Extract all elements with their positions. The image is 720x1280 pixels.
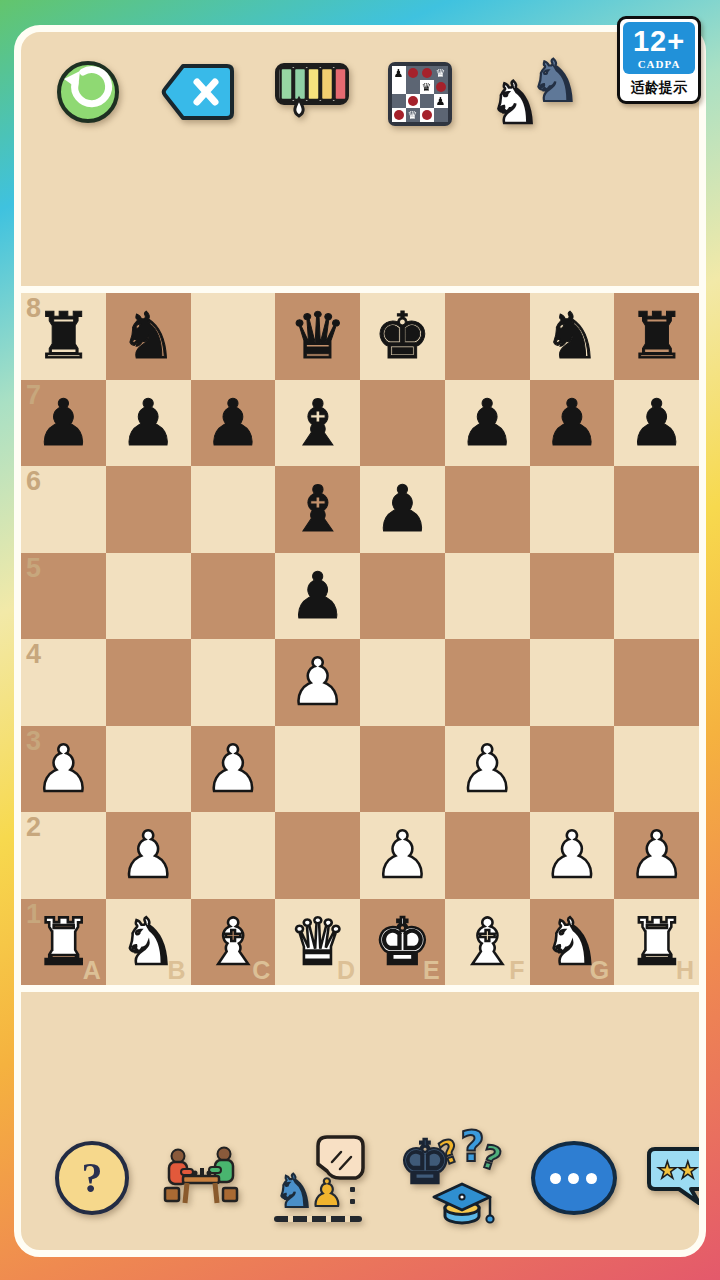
app-panel: ♟♛♛♟♛ ♞ ♞ 12+ CADPA 适龄提示 8♜♞♛♚♞♜7♟♟♟♝♟♟♟… bbox=[14, 25, 706, 1257]
undo-back-button[interactable] bbox=[159, 61, 237, 127]
mini-board-cell bbox=[392, 80, 406, 94]
rank-label: 4 bbox=[26, 639, 41, 670]
black-pawn-icon: ♟ bbox=[614, 380, 699, 467]
square-b6[interactable] bbox=[106, 466, 191, 553]
square-c7[interactable]: ♟ bbox=[191, 380, 276, 467]
players-table-icon bbox=[157, 1140, 245, 1212]
white-pawn-icon: ♟ bbox=[360, 812, 445, 899]
mini-board-cell bbox=[392, 108, 406, 122]
board-setup-button[interactable]: ♟♛♛♟♛ bbox=[388, 62, 452, 126]
black-pawn-icon: ♟ bbox=[436, 96, 446, 107]
mini-board-cell: ♛ bbox=[434, 66, 448, 80]
square-b4[interactable] bbox=[106, 639, 191, 726]
chess-board: 8♜♞♛♚♞♜7♟♟♟♝♟♟♟6♝♟5♟4♟3♟♟♟2♟♟♟♟1A♜B♞C♝D♛… bbox=[21, 293, 699, 985]
white-bishop-icon: ♝ bbox=[191, 899, 276, 986]
svg-text:★★: ★★ bbox=[657, 1157, 698, 1183]
black-queen-icon: ♛ bbox=[422, 82, 432, 93]
square-d7[interactable]: ♝ bbox=[275, 380, 360, 467]
mini-board-cell: ♟ bbox=[434, 94, 448, 108]
age-rating-blue-box: 12+ CADPA bbox=[623, 22, 695, 74]
red-dot-icon bbox=[408, 68, 418, 78]
review-stars-icon: ★★ bbox=[645, 1145, 699, 1207]
question-mark-icon: ? bbox=[82, 1157, 103, 1199]
top-section: ♟♛♛♟♛ ♞ ♞ 12+ CADPA 适龄提示 bbox=[21, 32, 699, 286]
learn-button[interactable]: ♚ ? ? ? bbox=[398, 1128, 502, 1228]
rank-label: 2 bbox=[26, 812, 41, 843]
mini-board-cell bbox=[420, 94, 434, 108]
mini-board-cell bbox=[434, 108, 448, 122]
square-b8[interactable]: ♞ bbox=[106, 293, 191, 380]
chat-button[interactable] bbox=[531, 1141, 617, 1215]
black-bishop-icon: ♝ bbox=[275, 466, 360, 553]
white-king-icon: ♚ bbox=[360, 899, 445, 986]
square-f5[interactable] bbox=[445, 553, 530, 640]
square-g1[interactable]: G♞ bbox=[530, 899, 615, 986]
square-d2[interactable] bbox=[275, 812, 360, 899]
black-rook-icon: ♜ bbox=[21, 293, 106, 380]
black-pawn-icon: ♟ bbox=[106, 380, 191, 467]
black-pawn-icon: ♟ bbox=[191, 380, 276, 467]
white-pawn-icon: ♟ bbox=[614, 812, 699, 899]
age-rating-badge: 12+ CADPA 适龄提示 bbox=[617, 16, 701, 104]
dot bbox=[550, 1173, 561, 1184]
black-bishop-icon: ♝ bbox=[275, 380, 360, 467]
white-pawn-icon: ♟ bbox=[445, 726, 530, 813]
theme-colors-button[interactable] bbox=[274, 59, 350, 129]
bottom-section: ? bbox=[21, 992, 699, 1250]
square-g6[interactable] bbox=[530, 466, 615, 553]
mini-board-cell bbox=[392, 94, 406, 108]
rank-label: 6 bbox=[26, 466, 41, 497]
hand-icon bbox=[308, 1132, 370, 1186]
black-pawn-icon: ♟ bbox=[275, 553, 360, 640]
age-rating-value: 12+ bbox=[623, 27, 695, 56]
square-f1[interactable]: F♝ bbox=[445, 899, 530, 986]
mini-board-cell: ♛ bbox=[406, 108, 420, 122]
square-d4[interactable]: ♟ bbox=[275, 639, 360, 726]
square-b3[interactable] bbox=[106, 726, 191, 813]
mini-board-cell bbox=[434, 80, 448, 94]
square-c5[interactable] bbox=[191, 553, 276, 640]
square-a7[interactable]: 7♟ bbox=[21, 380, 106, 467]
black-knight-icon: ♞ bbox=[106, 293, 191, 380]
bottom-toolbar: ? bbox=[21, 1128, 699, 1250]
square-f3[interactable]: ♟ bbox=[445, 726, 530, 813]
mini-board-cell: ♛ bbox=[420, 80, 434, 94]
square-a8[interactable]: 8♜ bbox=[21, 293, 106, 380]
square-g3[interactable] bbox=[530, 726, 615, 813]
black-pawn-icon: ♟ bbox=[445, 380, 530, 467]
square-a4[interactable]: 4 bbox=[21, 639, 106, 726]
mini-board-cell bbox=[406, 66, 420, 80]
white-pawn-icon: ♟ bbox=[21, 726, 106, 813]
place-piece-button[interactable]: ♞ ♟ bbox=[274, 1132, 370, 1224]
square-d5[interactable]: ♟ bbox=[275, 553, 360, 640]
square-c6[interactable] bbox=[191, 466, 276, 553]
mini-board-cell bbox=[406, 80, 420, 94]
square-h4[interactable] bbox=[614, 639, 699, 726]
square-f7[interactable]: ♟ bbox=[445, 380, 530, 467]
square-g5[interactable] bbox=[530, 553, 615, 640]
black-pawn-icon: ♟ bbox=[530, 380, 615, 467]
red-dot-icon bbox=[408, 96, 418, 106]
square-f8[interactable] bbox=[445, 293, 530, 380]
white-rook-icon: ♜ bbox=[614, 899, 699, 986]
white-queen-icon: ♛ bbox=[408, 110, 418, 121]
black-king-icon: ♚ bbox=[360, 293, 445, 380]
square-a1[interactable]: 1A♜ bbox=[21, 899, 106, 986]
square-h8[interactable]: ♜ bbox=[614, 293, 699, 380]
white-pawn-icon: ♟ bbox=[191, 726, 276, 813]
white-rook-icon: ♜ bbox=[21, 899, 106, 986]
square-h3[interactable] bbox=[614, 726, 699, 813]
square-h7[interactable]: ♟ bbox=[614, 380, 699, 467]
square-a2[interactable]: 2 bbox=[21, 812, 106, 899]
square-c2[interactable] bbox=[191, 812, 276, 899]
top-toolbar: ♟♛♛♟♛ ♞ ♞ bbox=[21, 32, 699, 132]
square-f6[interactable] bbox=[445, 466, 530, 553]
black-knight-icon: ♞ bbox=[530, 293, 615, 380]
rank-label: 5 bbox=[26, 553, 41, 584]
restart-icon bbox=[55, 59, 121, 125]
square-g7[interactable]: ♟ bbox=[530, 380, 615, 467]
help-button[interactable]: ? bbox=[55, 1141, 129, 1215]
square-a6[interactable]: 6 bbox=[21, 466, 106, 553]
square-h1[interactable]: H♜ bbox=[614, 899, 699, 986]
dot bbox=[568, 1173, 579, 1184]
palette-icon bbox=[274, 59, 350, 125]
square-g4[interactable] bbox=[530, 639, 615, 726]
red-dot-icon bbox=[394, 110, 404, 120]
white-knight-icon: ♞ bbox=[106, 899, 191, 986]
square-g2[interactable]: ♟ bbox=[530, 812, 615, 899]
square-h2[interactable]: ♟ bbox=[614, 812, 699, 899]
square-g8[interactable]: ♞ bbox=[530, 293, 615, 380]
square-c3[interactable]: ♟ bbox=[191, 726, 276, 813]
square-c1[interactable]: C♝ bbox=[191, 899, 276, 986]
two-knights-button[interactable]: ♞ ♞ bbox=[489, 56, 581, 132]
rate-review-button[interactable]: ★★ bbox=[645, 1145, 699, 1211]
square-b2[interactable]: ♟ bbox=[106, 812, 191, 899]
square-e1[interactable]: E♚ bbox=[360, 899, 445, 986]
white-knight-icon: ♞ bbox=[530, 899, 615, 986]
square-b7[interactable]: ♟ bbox=[106, 380, 191, 467]
square-c8[interactable] bbox=[191, 293, 276, 380]
mini-board-cell: ♟ bbox=[392, 66, 406, 80]
dot bbox=[586, 1173, 597, 1184]
dot bbox=[350, 1199, 355, 1204]
square-e3[interactable] bbox=[360, 726, 445, 813]
black-queen-icon: ♛ bbox=[275, 293, 360, 380]
square-h6[interactable] bbox=[614, 466, 699, 553]
mini-chessboard-icon: ♟♛♛♟♛ bbox=[388, 62, 452, 126]
board-wrap: 8♜♞♛♚♞♜7♟♟♟♝♟♟♟6♝♟5♟4♟3♟♟♟2♟♟♟♟1A♜B♞C♝D♛… bbox=[21, 286, 699, 992]
age-rating-org: CADPA bbox=[623, 58, 695, 70]
mini-board-cell bbox=[420, 66, 434, 80]
local-multiplayer-button[interactable] bbox=[157, 1140, 245, 1216]
red-dot-icon bbox=[422, 110, 432, 120]
square-f2[interactable] bbox=[445, 812, 530, 899]
white-knight-icon: ♞ bbox=[489, 74, 541, 132]
square-d8[interactable]: ♛ bbox=[275, 293, 360, 380]
white-queen-icon: ♛ bbox=[275, 899, 360, 986]
square-d3[interactable] bbox=[275, 726, 360, 813]
square-d1[interactable]: D♛ bbox=[275, 899, 360, 986]
square-b1[interactable]: B♞ bbox=[106, 899, 191, 986]
dot bbox=[350, 1187, 355, 1192]
white-queen-icon: ♛ bbox=[436, 68, 446, 79]
red-dot-icon bbox=[422, 68, 432, 78]
white-bishop-icon: ♝ bbox=[445, 899, 530, 986]
mini-board-cell bbox=[420, 108, 434, 122]
backspace-icon bbox=[159, 61, 237, 123]
black-pawn-icon: ♟ bbox=[394, 68, 404, 79]
restart-button[interactable] bbox=[55, 59, 121, 129]
square-e2[interactable]: ♟ bbox=[360, 812, 445, 899]
graduation-cap-icon bbox=[432, 1182, 498, 1228]
red-dot-icon bbox=[436, 82, 446, 92]
gradient-frame: ♟♛♛♟♛ ♞ ♞ 12+ CADPA 适龄提示 8♜♞♛♚♞♜7♟♟♟♝♟♟♟… bbox=[0, 0, 720, 1280]
square-e7[interactable] bbox=[360, 380, 445, 467]
square-f4[interactable] bbox=[445, 639, 530, 726]
square-a3[interactable]: 3♟ bbox=[21, 726, 106, 813]
black-pawn-icon: ♟ bbox=[21, 380, 106, 467]
square-d6[interactable]: ♝ bbox=[275, 466, 360, 553]
square-h5[interactable] bbox=[614, 553, 699, 640]
black-rook-icon: ♜ bbox=[614, 293, 699, 380]
white-pawn-icon: ♟ bbox=[106, 812, 191, 899]
white-pawn-icon: ♟ bbox=[530, 812, 615, 899]
square-c4[interactable] bbox=[191, 639, 276, 726]
square-b5[interactable] bbox=[106, 553, 191, 640]
white-pawn-icon: ♟ bbox=[275, 639, 360, 726]
square-a5[interactable]: 5 bbox=[21, 553, 106, 640]
mini-board-cell bbox=[406, 94, 420, 108]
square-e6[interactable]: ♟ bbox=[360, 466, 445, 553]
black-pawn-icon: ♟ bbox=[360, 466, 445, 553]
square-e4[interactable] bbox=[360, 639, 445, 726]
square-e5[interactable] bbox=[360, 553, 445, 640]
square-e8[interactable]: ♚ bbox=[360, 293, 445, 380]
age-rating-caption: 适龄提示 bbox=[620, 77, 698, 101]
